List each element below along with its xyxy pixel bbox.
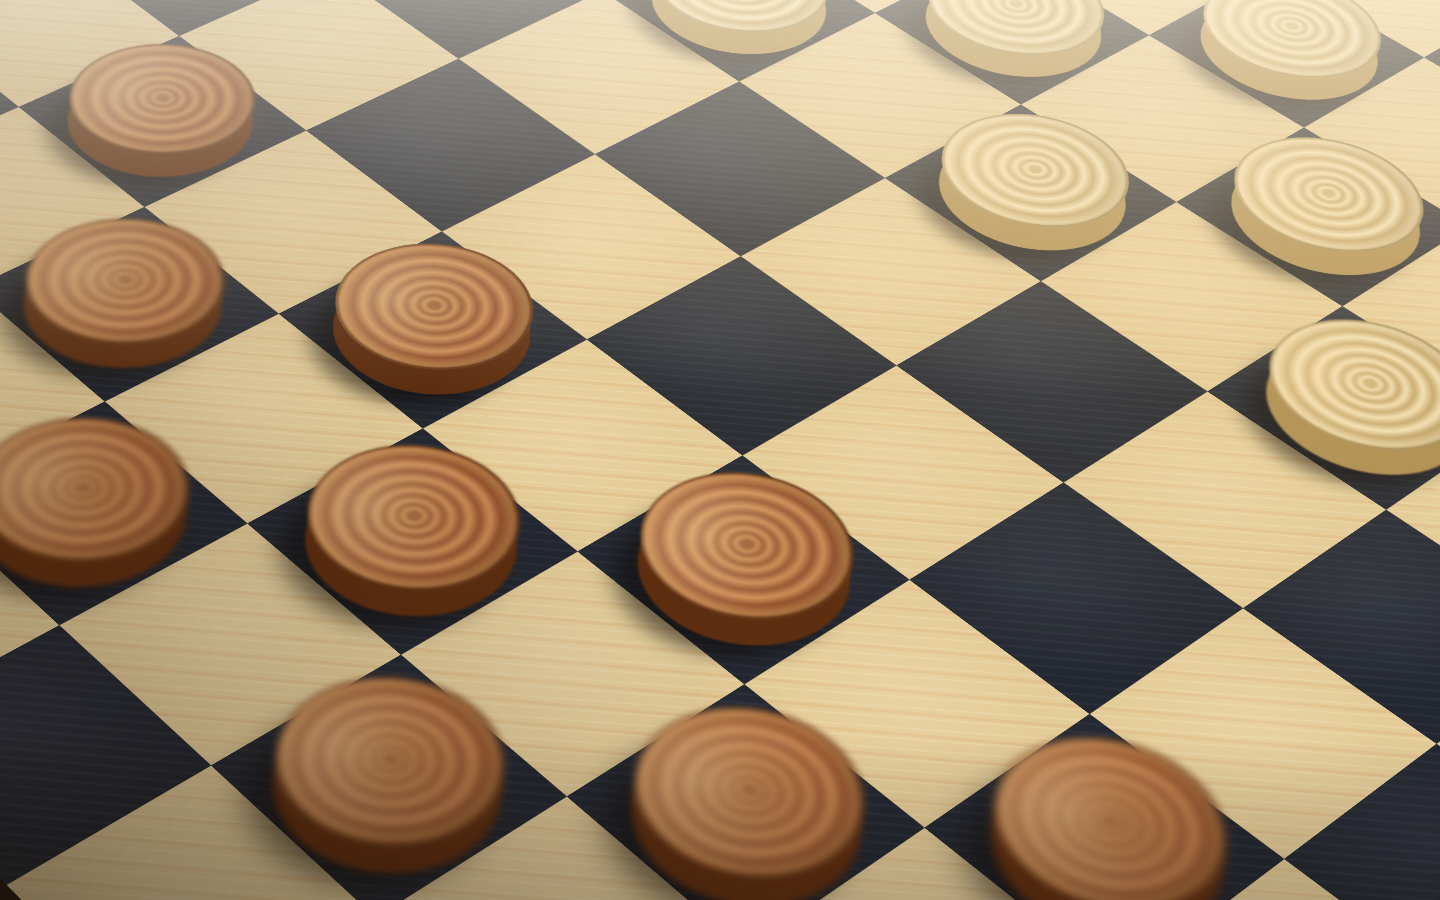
photo-frame	[0, 0, 1440, 900]
perspective-scene	[0, 0, 1440, 900]
checkers-board[interactable]	[0, 0, 1440, 900]
camera-tilt-wrapper	[0, 0, 1440, 900]
